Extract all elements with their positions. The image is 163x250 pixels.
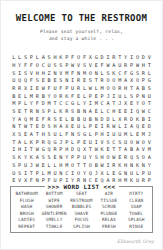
word-item: TOWEL <box>123 211 150 217</box>
word-item: SOAP <box>123 204 150 210</box>
grid-cell: P <box>146 177 152 185</box>
word-item: FRESH <box>95 224 122 230</box>
word-item: GENTLEMEN <box>40 211 67 217</box>
word-item: FLUSH <box>13 198 40 204</box>
grid-cell: V <box>146 139 152 147</box>
word-item: WASH <box>13 204 40 210</box>
grid-cell: T <box>146 100 152 108</box>
grid-cell: U <box>146 169 152 177</box>
signature: Ellsworth Grey <box>117 239 154 244</box>
word-item: TISSUE <box>95 198 122 204</box>
word-item: BOTTOM <box>40 191 67 197</box>
word-item: SHOWER <box>40 204 67 210</box>
word-item: FOCUS <box>68 217 95 223</box>
grid-cell: G <box>146 77 152 85</box>
word-item: SCRUB <box>95 204 122 210</box>
word-item: TINKLE <box>40 224 67 230</box>
grid-cell: T <box>146 62 152 70</box>
grid-cell: D <box>146 123 152 131</box>
word-list-grid: BATHROOMBOTTOMSEATAIRDIRTYFLUSHWIPERESTR… <box>13 191 150 230</box>
grid-cell: V <box>146 54 152 62</box>
word-item: SPLASH <box>123 217 150 223</box>
word-item: SEAT <box>68 191 95 197</box>
word-item: SHAVE <box>68 211 95 217</box>
puzzle-page: WELCOME TO THE RESTROOM Please seat your… <box>0 0 163 250</box>
grid-cell: L <box>146 69 152 77</box>
grid-cell: U <box>146 92 152 100</box>
grid-cell: A <box>146 154 152 162</box>
word-item: SMELLY <box>40 217 67 223</box>
grid-cell: Y <box>146 162 152 170</box>
word-item: PLUNGE <box>95 211 122 217</box>
word-item: DIRTY <box>123 191 150 197</box>
grid-cell: I <box>146 116 152 124</box>
word-item: BRUSH <box>13 211 40 217</box>
word-item: BATHROOM <box>13 191 40 197</box>
grid-cell: J <box>146 131 152 139</box>
wordsearch-grid: LLSPLASHKPFOFXGDIRTYIODVHYFFOCUSSPWVSVEF… <box>11 54 152 185</box>
word-item: RINSE <box>123 224 150 230</box>
grid-cell: M <box>146 146 152 154</box>
word-item: WIPE <box>40 198 67 204</box>
word-item: RESTROOM <box>68 198 95 204</box>
word-item: CLEAN <box>123 198 150 204</box>
subtitle-line-2: and stay a while . . . <box>0 36 163 43</box>
word-list-title: >>> WORD LIST <<< <box>44 183 118 190</box>
word-item: REPEAT <box>13 224 40 230</box>
word-list-box: >>> WORD LIST <<< BATHROOMBOTTOMSEATAIRD… <box>10 186 153 233</box>
word-item: BUBBLES <box>68 204 95 210</box>
page-title: WELCOME TO THE RESTROOM <box>0 13 163 23</box>
grid-cell: C <box>146 108 152 116</box>
grid-cell: S <box>146 85 152 93</box>
word-item: SPLISH <box>68 224 95 230</box>
word-item: RELAX <box>95 217 122 223</box>
page-subtitle: Please seat yourself, relax, and stay a … <box>0 29 163 42</box>
word-item: AIR <box>95 191 122 197</box>
word-item: LADIES <box>13 217 40 223</box>
